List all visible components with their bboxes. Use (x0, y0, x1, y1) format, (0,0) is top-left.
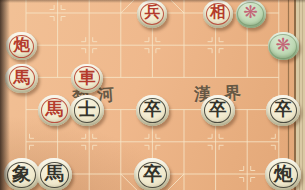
piece-character: 炮 (274, 165, 293, 184)
piece-black-soldier[interactable]: 卒 (136, 95, 170, 126)
facedown-rosette-icon: ❋ (276, 36, 291, 54)
piece-character: 士 (78, 101, 96, 119)
piece-character: 馬 (45, 165, 64, 184)
piece-character: 馬 (13, 69, 30, 86)
xiangqi-board[interactable]: 楚河 漢界 兵相❋炮❋馬車馬士卒卒卒象馬卒炮 (0, 0, 305, 190)
piece-red-horse[interactable]: 馬 (5, 64, 37, 94)
piece-red-soldier[interactable]: 兵 (137, 0, 167, 28)
pieces-layer: 兵相❋炮❋馬車馬士卒卒卒象馬卒炮 (0, 0, 305, 190)
piece-black-horse[interactable]: 馬 (36, 158, 72, 190)
piece-black-soldier[interactable]: 卒 (266, 95, 300, 126)
piece-character: 卒 (209, 101, 227, 119)
piece-black-soldier[interactable]: 卒 (201, 95, 235, 126)
piece-character: 相 (210, 5, 226, 21)
piece-black-soldier[interactable]: 卒 (134, 158, 170, 190)
piece-hidden-facedown[interactable]: ❋ (268, 32, 299, 61)
piece-black-advisor[interactable]: 士 (70, 95, 104, 126)
piece-red-chariot[interactable]: 車 (71, 64, 103, 94)
piece-character: 兵 (145, 5, 161, 21)
piece-hidden-facedown[interactable]: ❋ (236, 0, 266, 28)
piece-character: 卒 (143, 165, 162, 184)
piece-red-cannon[interactable]: 炮 (6, 32, 37, 61)
piece-character: 象 (12, 165, 31, 184)
piece-character: 馬 (46, 101, 64, 119)
piece-black-elephant[interactable]: 象 (4, 158, 40, 190)
piece-red-elephant[interactable]: 相 (203, 0, 233, 28)
piece-character: 車 (79, 69, 96, 86)
piece-red-horse[interactable]: 馬 (38, 95, 72, 126)
piece-character: 炮 (14, 37, 30, 53)
piece-character: 卒 (274, 101, 292, 119)
facedown-rosette-icon: ❋ (243, 4, 258, 21)
piece-black-cannon[interactable]: 炮 (265, 158, 301, 190)
piece-character: 卒 (144, 101, 162, 119)
